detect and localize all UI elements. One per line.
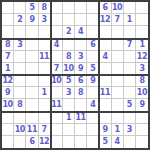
cell-r10c2[interactable]: 11 <box>26 124 38 136</box>
cell-r11c11[interactable] <box>136 136 148 148</box>
cell-r0c1[interactable] <box>14 2 26 14</box>
cell-r8c2[interactable] <box>26 99 38 111</box>
cell-r3c6[interactable] <box>75 39 87 51</box>
cell-r1c2[interactable]: 9 <box>26 14 38 26</box>
cell-r3c10[interactable]: 7 <box>124 39 136 51</box>
cell-r0c0[interactable] <box>2 2 14 14</box>
cell-r2c9[interactable] <box>112 26 124 38</box>
cell-r5c4[interactable]: 7 <box>51 63 63 75</box>
cell-r9c8[interactable] <box>99 112 111 124</box>
cell-r4c7[interactable] <box>87 51 99 63</box>
cell-r3c5[interactable] <box>63 39 75 51</box>
cell-r9c1[interactable] <box>14 112 26 124</box>
cell-r5c8[interactable] <box>99 63 111 75</box>
cell-r7c6[interactable]: 8 <box>75 87 87 99</box>
cell-r1c11[interactable] <box>136 14 148 26</box>
cell-r5c6[interactable]: 9 <box>75 63 87 75</box>
cell-r2c2[interactable] <box>26 26 38 38</box>
cell-r8c6[interactable] <box>75 99 87 111</box>
cell-r6c0[interactable]: 12 <box>2 75 14 87</box>
cell-r5c11[interactable]: 3 <box>136 63 148 75</box>
cell-r10c9[interactable]: 1 <box>112 124 124 136</box>
cell-r8c10[interactable]: 5 <box>124 99 136 111</box>
cell-r7c10[interactable] <box>124 87 136 99</box>
cell-r2c5[interactable]: 2 <box>63 26 75 38</box>
cell-r11c1[interactable] <box>14 136 26 148</box>
cell-r6c5[interactable]: 5 <box>63 75 75 87</box>
cell-r7c5[interactable]: 3 <box>63 87 75 99</box>
cell-r6c10[interactable] <box>124 75 136 87</box>
cell-r1c10[interactable]: 1 <box>124 14 136 26</box>
cell-r5c9[interactable] <box>112 63 124 75</box>
cell-r4c11[interactable]: 12 <box>136 51 148 63</box>
cell-r10c1[interactable]: 10 <box>14 124 26 136</box>
cell-r9c2[interactable] <box>26 112 38 124</box>
cell-r5c5[interactable]: 10 <box>63 63 75 75</box>
cell-r9c3[interactable] <box>39 112 51 124</box>
cell-r8c0[interactable]: 10 <box>2 99 14 111</box>
cell-r6c3[interactable] <box>39 75 51 87</box>
cell-r1c8[interactable]: 12 <box>99 14 111 26</box>
cell-r8c8[interactable] <box>99 99 111 111</box>
cell-r5c3[interactable] <box>39 63 51 75</box>
cell-r7c7[interactable] <box>87 87 99 99</box>
cell-r5c7[interactable]: 5 <box>87 63 99 75</box>
cell-r11c4[interactable] <box>51 136 63 148</box>
cell-r7c0[interactable]: 9 <box>2 87 14 99</box>
cell-r10c5[interactable] <box>63 124 75 136</box>
cell-r5c2[interactable] <box>26 63 38 75</box>
cell-r10c10[interactable]: 3 <box>124 124 136 136</box>
cell-r10c6[interactable] <box>75 124 87 136</box>
cell-r0c11[interactable] <box>136 2 148 14</box>
cell-r11c3[interactable]: 12 <box>39 136 51 148</box>
cell-r6c1[interactable] <box>14 75 26 87</box>
cell-r3c2[interactable] <box>26 39 38 51</box>
cell-r2c6[interactable]: 4 <box>75 26 87 38</box>
cell-r8c3[interactable] <box>39 99 51 111</box>
cell-r11c0[interactable] <box>2 136 14 148</box>
cell-r4c10[interactable] <box>124 51 136 63</box>
cell-r7c11[interactable]: 10 <box>136 87 148 99</box>
cell-r2c1[interactable] <box>14 26 26 38</box>
cell-r1c0[interactable] <box>2 14 14 26</box>
cell-r0c10[interactable] <box>124 2 136 14</box>
cell-r10c7[interactable] <box>87 124 99 136</box>
sudoku-board: 5861029312712483467171183412171095312105… <box>0 0 150 150</box>
cell-r9c7[interactable] <box>87 112 99 124</box>
cell-r8c7[interactable]: 4 <box>87 99 99 111</box>
cell-r0c3[interactable]: 8 <box>39 2 51 14</box>
cell-r1c3[interactable]: 3 <box>39 14 51 26</box>
cell-r10c3[interactable]: 7 <box>39 124 51 136</box>
cell-r8c11[interactable]: 9 <box>136 99 148 111</box>
cell-r0c9[interactable]: 10 <box>112 2 124 14</box>
cell-r4c5[interactable]: 8 <box>63 51 75 63</box>
cell-r3c0[interactable]: 8 <box>2 39 14 51</box>
cell-r11c7[interactable] <box>87 136 99 148</box>
cell-r9c10[interactable] <box>124 112 136 124</box>
cell-r3c1[interactable]: 3 <box>14 39 26 51</box>
cell-r0c2[interactable]: 5 <box>26 2 38 14</box>
cell-r0c7[interactable] <box>87 2 99 14</box>
cell-r0c4[interactable] <box>51 2 63 14</box>
cell-r9c11[interactable] <box>136 112 148 124</box>
cell-r4c8[interactable]: 4 <box>99 51 111 63</box>
cell-r2c0[interactable] <box>2 26 14 38</box>
cell-r7c4[interactable] <box>51 87 63 99</box>
cell-r3c8[interactable] <box>99 39 111 51</box>
cell-r9c5[interactable]: 1 <box>63 112 75 124</box>
cell-r1c1[interactable]: 2 <box>14 14 26 26</box>
cell-r5c1[interactable] <box>14 63 26 75</box>
cell-r7c2[interactable] <box>26 87 38 99</box>
cell-r1c9[interactable]: 7 <box>112 14 124 26</box>
cell-r6c2[interactable] <box>26 75 38 87</box>
cell-r11c6[interactable] <box>75 136 87 148</box>
cell-r7c8[interactable]: 11 <box>99 87 111 99</box>
cell-r2c10[interactable] <box>124 26 136 38</box>
cell-r8c9[interactable] <box>112 99 124 111</box>
cell-r7c9[interactable] <box>112 87 124 99</box>
cell-r6c6[interactable]: 6 <box>75 75 87 87</box>
cell-r11c8[interactable]: 5 <box>99 136 111 148</box>
cell-r1c7[interactable] <box>87 14 99 26</box>
cell-r6c4[interactable]: 10 <box>51 75 63 87</box>
cell-r5c10[interactable] <box>124 63 136 75</box>
cell-r11c10[interactable] <box>124 136 136 148</box>
cell-r0c8[interactable]: 6 <box>99 2 111 14</box>
cell-r7c1[interactable] <box>14 87 26 99</box>
cell-r2c3[interactable] <box>39 26 51 38</box>
cell-r10c0[interactable] <box>2 124 14 136</box>
cell-r4c4[interactable] <box>51 51 63 63</box>
cell-r11c5[interactable] <box>63 136 75 148</box>
cell-r8c1[interactable]: 8 <box>14 99 26 111</box>
cell-r3c3[interactable] <box>39 39 51 51</box>
cell-r11c2[interactable]: 6 <box>26 136 38 148</box>
cell-r10c4[interactable] <box>51 124 63 136</box>
cell-r8c5[interactable] <box>63 99 75 111</box>
cell-r9c0[interactable] <box>2 112 14 124</box>
cell-r8c4[interactable]: 11 <box>51 99 63 111</box>
cell-r4c2[interactable] <box>26 51 38 63</box>
cell-r2c4[interactable] <box>51 26 63 38</box>
cell-r1c6[interactable] <box>75 14 87 26</box>
cell-r1c5[interactable] <box>63 14 75 26</box>
cell-r6c7[interactable]: 9 <box>87 75 99 87</box>
cell-r3c4[interactable]: 4 <box>51 39 63 51</box>
cell-r4c0[interactable]: 7 <box>2 51 14 63</box>
cell-r2c7[interactable] <box>87 26 99 38</box>
cell-r3c9[interactable] <box>112 39 124 51</box>
cell-r6c9[interactable] <box>112 75 124 87</box>
cell-r4c6[interactable]: 3 <box>75 51 87 63</box>
cell-r1c4[interactable] <box>51 14 63 26</box>
cell-r4c9[interactable] <box>112 51 124 63</box>
cell-r0c6[interactable] <box>75 2 87 14</box>
cell-r3c11[interactable]: 1 <box>136 39 148 51</box>
cell-r10c11[interactable] <box>136 124 148 136</box>
cell-r9c4[interactable] <box>51 112 63 124</box>
cell-r11c9[interactable]: 4 <box>112 136 124 148</box>
cell-r2c11[interactable] <box>136 26 148 38</box>
cell-r9c9[interactable] <box>112 112 124 124</box>
cell-r10c8[interactable]: 9 <box>99 124 111 136</box>
cell-r6c8[interactable] <box>99 75 111 87</box>
cell-r3c7[interactable]: 6 <box>87 39 99 51</box>
cell-r4c3[interactable]: 11 <box>39 51 51 63</box>
cell-r7c3[interactable]: 1 <box>39 87 51 99</box>
cell-r6c11[interactable]: 8 <box>136 75 148 87</box>
cell-r9c6[interactable]: 11 <box>75 112 87 124</box>
cell-r0c5[interactable] <box>63 2 75 14</box>
cell-r5c0[interactable]: 1 <box>2 63 14 75</box>
cell-r4c1[interactable] <box>14 51 26 63</box>
cell-r2c8[interactable] <box>99 26 111 38</box>
